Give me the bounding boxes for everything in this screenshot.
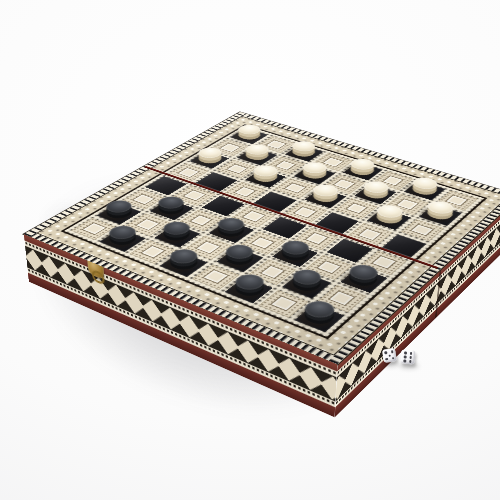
die-pip [392, 357, 395, 360]
die-pip [391, 350, 394, 353]
die-pip [388, 354, 391, 357]
white-checker[interactable] [359, 186, 392, 202]
black-checker[interactable] [287, 275, 325, 296]
black-checker[interactable] [104, 231, 141, 249]
photo-scene [0, 0, 500, 500]
die-left[interactable] [382, 348, 397, 363]
white-checker[interactable] [423, 206, 457, 223]
die-pip [403, 359, 406, 362]
white-checker[interactable] [193, 153, 225, 167]
black-checker[interactable] [101, 205, 136, 222]
white-checker[interactable] [241, 149, 273, 163]
black-checker[interactable] [299, 306, 339, 329]
white-checker[interactable] [308, 190, 342, 206]
die-pip [410, 352, 413, 355]
die-pip [385, 358, 388, 361]
white-checker[interactable] [249, 171, 282, 186]
white-checker[interactable] [289, 146, 320, 160]
die-pip [404, 355, 407, 358]
black-checker[interactable] [345, 270, 383, 291]
die-pip [384, 351, 387, 354]
black-checker[interactable] [229, 279, 268, 300]
white-checker[interactable] [346, 164, 378, 179]
black-checker[interactable] [213, 223, 249, 241]
black-checker[interactable] [221, 250, 258, 270]
white-checker[interactable] [408, 183, 441, 199]
black-checker[interactable] [277, 245, 314, 264]
die-right[interactable] [400, 349, 415, 364]
black-checker[interactable] [165, 254, 203, 274]
white-checker[interactable] [372, 210, 407, 227]
die-pip [404, 351, 407, 354]
black-checker[interactable] [154, 201, 189, 218]
black-checker[interactable] [159, 227, 195, 245]
die-pip [409, 356, 412, 359]
white-checker[interactable] [298, 167, 330, 182]
die-pip [409, 360, 412, 363]
